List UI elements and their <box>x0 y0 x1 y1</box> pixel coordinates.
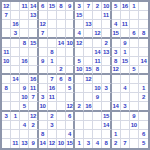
cell-r3c1[interactable] <box>2 20 11 29</box>
cell-r11c16[interactable]: 2 <box>139 93 148 102</box>
cell-r12c15[interactable] <box>130 102 139 111</box>
cell-r5c13[interactable] <box>112 39 121 48</box>
cell-r16c10[interactable]: 3 <box>84 139 93 148</box>
cell-r7c12[interactable] <box>102 57 111 66</box>
cell-r7c3[interactable]: 16 <box>20 57 29 66</box>
cell-r16c6[interactable]: 12 <box>48 139 57 148</box>
cell-r11c7[interactable] <box>57 93 66 102</box>
cell-r7c14[interactable]: 15 <box>121 57 130 66</box>
cell-r1c13[interactable]: 5 <box>112 2 121 11</box>
cell-r15c16[interactable]: 6 <box>139 130 148 139</box>
cell-r12c8[interactable]: 12 <box>66 102 75 111</box>
cell-r6c13[interactable]: 3 <box>112 48 121 57</box>
cell-r1c5[interactable]: 6 <box>39 2 48 11</box>
cell-r14c2[interactable] <box>11 121 20 130</box>
cell-r15c5[interactable]: 8 <box>39 130 48 139</box>
cell-r2c8[interactable] <box>66 11 75 20</box>
cell-r12c6[interactable] <box>48 102 57 111</box>
cell-r15c10[interactable] <box>84 130 93 139</box>
cell-r9c5[interactable] <box>39 75 48 84</box>
cell-r13c2[interactable]: 1 <box>11 112 20 121</box>
cell-r2c3[interactable] <box>20 11 29 20</box>
cell-r6c8[interactable] <box>66 48 75 57</box>
cell-r5c16[interactable] <box>139 39 148 48</box>
cell-r14c6[interactable]: 3 <box>48 121 57 130</box>
cell-r8c14[interactable] <box>121 66 130 75</box>
cell-r15c14[interactable] <box>121 130 130 139</box>
cell-r7c9[interactable]: 5 <box>75 57 84 66</box>
cell-r5c6[interactable] <box>48 39 57 48</box>
cell-r15c9[interactable] <box>75 130 84 139</box>
cell-r6c1[interactable]: 11 <box>2 48 11 57</box>
cell-r2c9[interactable]: 15 <box>75 11 84 20</box>
cell-r7c16[interactable]: 14 <box>139 57 148 66</box>
cell-r4c11[interactable]: 12 <box>93 29 102 38</box>
cell-r16c13[interactable]: 2 <box>112 139 121 148</box>
cell-r7c8[interactable] <box>66 57 75 66</box>
cell-r14c16[interactable] <box>139 121 148 130</box>
cell-r16c5[interactable]: 14 <box>39 139 48 148</box>
cell-r1c3[interactable]: 11 <box>20 2 29 11</box>
cell-r14c1[interactable] <box>2 121 11 130</box>
cell-r10c1[interactable]: 8 <box>2 84 11 93</box>
cell-r4c14[interactable] <box>121 29 130 38</box>
cell-r5c9[interactable]: 12 <box>75 39 84 48</box>
cell-r16c9[interactable]: 1 <box>75 139 84 148</box>
cell-r7c1[interactable]: 10 <box>2 57 11 66</box>
cell-r8c10[interactable]: 15 <box>84 66 93 75</box>
cell-r2c4[interactable]: 13 <box>29 11 38 20</box>
cell-r10c9[interactable] <box>75 84 84 93</box>
cell-r8c7[interactable]: 2 <box>57 66 66 75</box>
cell-r11c12[interactable] <box>102 93 111 102</box>
cell-r7c11[interactable]: 11 <box>93 57 102 66</box>
cell-r14c15[interactable]: 10 <box>130 121 139 130</box>
cell-r14c5[interactable] <box>39 121 48 130</box>
cell-r2c12[interactable]: 11 <box>102 11 111 20</box>
cell-r3c15[interactable] <box>130 20 139 29</box>
cell-r3c3[interactable] <box>20 20 29 29</box>
cell-r10c14[interactable]: 4 <box>121 84 130 93</box>
sudoku-board: 1211146158937210516171315111612134113741… <box>0 0 150 150</box>
cell-r6c6[interactable]: 8 <box>48 48 57 57</box>
cell-r2c6[interactable] <box>48 11 57 20</box>
cell-r13c3[interactable] <box>20 112 29 121</box>
cell-r12c10[interactable]: 16 <box>84 102 93 111</box>
cell-r3c4[interactable] <box>29 20 38 29</box>
cell-r16c16[interactable]: 5 <box>139 139 148 148</box>
cell-r15c3[interactable] <box>20 130 29 139</box>
cell-r3c8[interactable] <box>66 20 75 29</box>
cell-r10c10[interactable] <box>84 84 93 93</box>
cell-r4c7[interactable] <box>57 29 66 38</box>
cell-r10c2[interactable] <box>11 84 20 93</box>
cell-r3c16[interactable] <box>139 20 148 29</box>
cell-r16c7[interactable]: 10 <box>57 139 66 148</box>
cell-r1c7[interactable]: 8 <box>57 2 66 11</box>
cell-r1c9[interactable]: 3 <box>75 2 84 11</box>
cell-r10c13[interactable] <box>112 84 121 93</box>
cell-r8c3[interactable] <box>20 66 29 75</box>
cell-r6c9[interactable] <box>75 48 84 57</box>
cell-r13c14[interactable] <box>121 112 130 121</box>
cell-r11c11[interactable]: 9 <box>93 93 102 102</box>
cell-r3c10[interactable]: 13 <box>84 20 93 29</box>
cell-r5c7[interactable]: 14 <box>57 39 66 48</box>
cell-r5c4[interactable]: 15 <box>29 39 38 48</box>
cell-r13c15[interactable]: 9 <box>130 112 139 121</box>
cell-r14c4[interactable]: 2 <box>29 121 38 130</box>
cell-r14c14[interactable] <box>121 121 130 130</box>
cell-r4c16[interactable]: 8 <box>139 29 148 38</box>
cell-r9c14[interactable] <box>121 75 130 84</box>
cell-r9c15[interactable] <box>130 75 139 84</box>
cell-r8c16[interactable] <box>139 66 148 75</box>
cell-r9c11[interactable] <box>93 75 102 84</box>
cell-r1c16[interactable] <box>139 2 148 11</box>
cell-r15c2[interactable] <box>11 130 20 139</box>
cell-r4c10[interactable] <box>84 29 93 38</box>
cell-r10c7[interactable] <box>57 84 66 93</box>
cell-r3c13[interactable]: 4 <box>112 20 121 29</box>
cell-r13c16[interactable] <box>139 112 148 121</box>
cell-r15c4[interactable] <box>29 130 38 139</box>
cell-r15c15[interactable] <box>130 130 139 139</box>
cell-r2c5[interactable] <box>39 11 48 20</box>
cell-r5c15[interactable] <box>130 39 139 48</box>
cell-r11c15[interactable] <box>130 93 139 102</box>
cell-r10c16[interactable]: 1 <box>139 84 148 93</box>
cell-r4c9[interactable]: 4 <box>75 29 84 38</box>
cell-r13c8[interactable]: 6 <box>66 112 75 121</box>
cell-r6c3[interactable] <box>20 48 29 57</box>
cell-r12c2[interactable] <box>11 102 20 111</box>
cell-r1c2[interactable] <box>11 2 20 11</box>
cell-r1c1[interactable]: 12 <box>2 2 11 11</box>
cell-r11c3[interactable]: 10 <box>20 93 29 102</box>
cell-r16c15[interactable] <box>130 139 139 148</box>
cell-r8c12[interactable] <box>102 66 111 75</box>
cell-r9c10[interactable]: 12 <box>84 75 93 84</box>
cell-r2c15[interactable] <box>130 11 139 20</box>
cell-r11c10[interactable] <box>84 93 93 102</box>
cell-r7c4[interactable] <box>29 57 38 66</box>
cell-r13c6[interactable]: 2 <box>48 112 57 121</box>
cell-r2c7[interactable] <box>57 11 66 20</box>
cell-r5c1[interactable] <box>2 39 11 48</box>
cell-r4c6[interactable] <box>48 29 57 38</box>
cell-r11c5[interactable]: 3 <box>39 93 48 102</box>
cell-r15c13[interactable]: 1 <box>112 130 121 139</box>
cell-r15c1[interactable] <box>2 130 11 139</box>
cell-r8c6[interactable] <box>48 66 57 75</box>
cell-r7c13[interactable]: 8 <box>112 57 121 66</box>
cell-r9c7[interactable]: 6 <box>57 75 66 84</box>
cell-r15c12[interactable] <box>102 130 111 139</box>
cell-r6c10[interactable] <box>84 48 93 57</box>
cell-r12c12[interactable] <box>102 102 111 111</box>
cell-r1c11[interactable]: 2 <box>93 2 102 11</box>
cell-r12c16[interactable] <box>139 102 148 111</box>
cell-r3c5[interactable]: 12 <box>39 20 48 29</box>
cell-r6c4[interactable] <box>29 48 38 57</box>
cell-r9c2[interactable]: 14 <box>11 75 20 84</box>
cell-r7c6[interactable]: 1 <box>48 57 57 66</box>
cell-r14c7[interactable] <box>57 121 66 130</box>
cell-r3c2[interactable]: 16 <box>11 20 20 29</box>
cell-r2c11[interactable] <box>93 11 102 20</box>
cell-r1c8[interactable]: 9 <box>66 2 75 11</box>
cell-r1c10[interactable]: 7 <box>84 2 93 11</box>
cell-r5c8[interactable]: 10 <box>66 39 75 48</box>
cell-r15c8[interactable]: 4 <box>66 130 75 139</box>
cell-r11c14[interactable] <box>121 93 130 102</box>
cell-r10c15[interactable] <box>130 84 139 93</box>
cell-r9c8[interactable]: 8 <box>66 75 75 84</box>
cell-r9c4[interactable]: 16 <box>29 75 38 84</box>
cell-r8c5[interactable] <box>39 66 48 75</box>
cell-r5c14[interactable]: 9 <box>121 39 130 48</box>
cell-r11c4[interactable]: 7 <box>29 93 38 102</box>
cell-r5c12[interactable]: 2 <box>102 39 111 48</box>
cell-r15c7[interactable] <box>57 130 66 139</box>
cell-r12c11[interactable] <box>93 102 102 111</box>
cell-r8c11[interactable]: 8 <box>93 66 102 75</box>
cell-r13c1[interactable]: 3 <box>2 112 11 121</box>
cell-r4c8[interactable] <box>66 29 75 38</box>
cell-r9c9[interactable] <box>75 75 84 84</box>
cell-r4c2[interactable]: 3 <box>11 29 20 38</box>
cell-r1c6[interactable]: 15 <box>48 2 57 11</box>
cell-r5c2[interactable] <box>11 39 20 48</box>
cell-r7c5[interactable]: 9 <box>39 57 48 66</box>
cell-r3c14[interactable]: 11 <box>121 20 130 29</box>
cell-r5c3[interactable]: 8 <box>20 39 29 48</box>
cell-r4c5[interactable]: 7 <box>39 29 48 38</box>
cell-r12c3[interactable]: 5 <box>20 102 29 111</box>
cell-r13c13[interactable] <box>112 112 121 121</box>
cell-r9c16[interactable] <box>139 75 148 84</box>
cell-r11c6[interactable]: 11 <box>48 93 57 102</box>
cell-r4c15[interactable]: 6 <box>130 29 139 38</box>
cell-r16c11[interactable]: 4 <box>93 139 102 148</box>
cell-r4c1[interactable] <box>2 29 11 38</box>
cell-r4c4[interactable] <box>29 29 38 38</box>
cell-r4c13[interactable]: 15 <box>112 29 121 38</box>
cell-r9c1[interactable] <box>2 75 11 84</box>
cell-r16c2[interactable]: 11 <box>11 139 20 148</box>
cell-r12c5[interactable]: 10 <box>39 102 48 111</box>
cell-r1c15[interactable]: 1 <box>130 2 139 11</box>
cell-r10c5[interactable] <box>39 84 48 93</box>
cell-r6c15[interactable] <box>130 48 139 57</box>
cell-r3c12[interactable] <box>102 20 111 29</box>
cell-r1c4[interactable]: 14 <box>29 2 38 11</box>
cell-r8c8[interactable] <box>66 66 75 75</box>
cell-r7c7[interactable] <box>57 57 66 66</box>
cell-r14c9[interactable] <box>75 121 84 130</box>
cell-r1c14[interactable]: 16 <box>121 2 130 11</box>
cell-r3c7[interactable] <box>57 20 66 29</box>
cell-r8c2[interactable] <box>11 66 20 75</box>
cell-r8c15[interactable]: 5 <box>130 66 139 75</box>
cell-r2c13[interactable] <box>112 11 121 20</box>
cell-r14c13[interactable] <box>112 121 121 130</box>
cell-r10c12[interactable]: 3 <box>102 84 111 93</box>
cell-r1c12[interactable]: 10 <box>102 2 111 11</box>
cell-r7c10[interactable] <box>84 57 93 66</box>
cell-r6c14[interactable]: 1 <box>121 48 130 57</box>
cell-r10c11[interactable]: 10 <box>93 84 102 93</box>
cell-r6c16[interactable] <box>139 48 148 57</box>
cell-r14c10[interactable] <box>84 121 93 130</box>
cell-r12c13[interactable]: 14 <box>112 102 121 111</box>
cell-r15c11[interactable] <box>93 130 102 139</box>
cell-r7c15[interactable] <box>130 57 139 66</box>
cell-r12c9[interactable]: 2 <box>75 102 84 111</box>
cell-r3c9[interactable] <box>75 20 84 29</box>
cell-r2c16[interactable] <box>139 11 148 20</box>
cell-r8c13[interactable]: 12 <box>112 66 121 75</box>
cell-r8c4[interactable] <box>29 66 38 75</box>
cell-r2c10[interactable] <box>84 11 93 20</box>
cell-r9c3[interactable] <box>20 75 29 84</box>
cell-r5c11[interactable] <box>93 39 102 48</box>
cell-r13c10[interactable] <box>84 112 93 121</box>
cell-r12c4[interactable] <box>29 102 38 111</box>
cell-r5c10[interactable] <box>84 39 93 48</box>
cell-r6c11[interactable]: 14 <box>93 48 102 57</box>
cell-r3c11[interactable] <box>93 20 102 29</box>
cell-r16c4[interactable]: 9 <box>29 139 38 148</box>
cell-r16c12[interactable]: 8 <box>102 139 111 148</box>
cell-r8c1[interactable] <box>2 66 11 75</box>
cell-r14c12[interactable]: 14 <box>102 121 111 130</box>
cell-r16c14[interactable]: 7 <box>121 139 130 148</box>
cell-r13c9[interactable] <box>75 112 84 121</box>
cell-r3c6[interactable] <box>48 20 57 29</box>
cell-r6c5[interactable] <box>39 48 48 57</box>
cell-r8c9[interactable]: 10 <box>75 66 84 75</box>
cell-r6c7[interactable] <box>57 48 66 57</box>
cell-r11c1[interactable] <box>2 93 11 102</box>
cell-r9c12[interactable] <box>102 75 111 84</box>
cell-r16c3[interactable]: 13 <box>20 139 29 148</box>
cell-r9c13[interactable] <box>112 75 121 84</box>
cell-r11c2[interactable] <box>11 93 20 102</box>
cell-r9c6[interactable]: 7 <box>48 75 57 84</box>
cell-r14c11[interactable] <box>93 121 102 130</box>
cell-r5c5[interactable] <box>39 39 48 48</box>
cell-r14c8[interactable] <box>66 121 75 130</box>
cell-r12c14[interactable]: 3 <box>121 102 130 111</box>
cell-r4c12[interactable] <box>102 29 111 38</box>
cell-r12c1[interactable] <box>2 102 11 111</box>
cell-r16c1[interactable] <box>2 139 11 148</box>
cell-r4c3[interactable] <box>20 29 29 38</box>
cell-r13c11[interactable] <box>93 112 102 121</box>
cell-r12c7[interactable] <box>57 102 66 111</box>
cell-r10c3[interactable]: 9 <box>20 84 29 93</box>
cell-r2c14[interactable] <box>121 11 130 20</box>
cell-r13c4[interactable]: 12 <box>29 112 38 121</box>
cell-r11c9[interactable] <box>75 93 84 102</box>
cell-r10c6[interactable]: 16 <box>48 84 57 93</box>
cell-r15c6[interactable] <box>48 130 57 139</box>
cell-r16c8[interactable]: 15 <box>66 139 75 148</box>
cell-r13c12[interactable]: 15 <box>102 112 111 121</box>
cell-r2c1[interactable]: 7 <box>2 11 11 20</box>
cell-r2c2[interactable] <box>11 11 20 20</box>
cell-r10c4[interactable]: 11 <box>29 84 38 93</box>
cell-r6c2[interactable] <box>11 48 20 57</box>
cell-r14c3[interactable]: 4 <box>20 121 29 130</box>
cell-r13c5[interactable] <box>39 112 48 121</box>
cell-r6c12[interactable]: 13 <box>102 48 111 57</box>
cell-r10c8[interactable]: 5 <box>66 84 75 93</box>
cell-r11c8[interactable] <box>66 93 75 102</box>
cell-r11c13[interactable] <box>112 93 121 102</box>
cell-r7c2[interactable] <box>11 57 20 66</box>
cell-r13c7[interactable] <box>57 112 66 121</box>
